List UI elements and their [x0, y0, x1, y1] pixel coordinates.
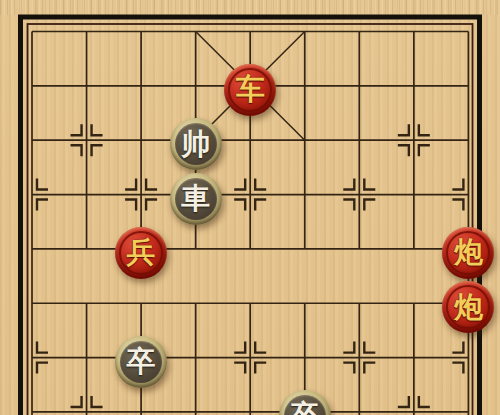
piece-red-soldier[interactable]: 兵	[115, 227, 167, 279]
piece-red-cannon[interactable]: 炮	[442, 227, 494, 279]
piece-glyph: 炮	[454, 293, 483, 322]
piece-red-chariot[interactable]: 车	[224, 64, 276, 116]
xiangqi-board: 车帅車兵炮炮卒卒	[0, 0, 500, 415]
piece-glyph: 卒	[127, 347, 156, 376]
piece-glyph: 車	[181, 184, 210, 213]
board-grid-lines	[0, 0, 500, 415]
piece-glyph: 卒	[290, 401, 319, 415]
piece-glyph: 炮	[454, 238, 483, 267]
piece-glyph: 车	[236, 75, 265, 104]
piece-glyph: 兵	[127, 238, 156, 267]
piece-dark-general[interactable]: 帅	[170, 118, 222, 170]
piece-glyph: 帅	[181, 130, 210, 159]
piece-dark-soldier[interactable]: 卒	[115, 336, 167, 388]
piece-dark-chariot[interactable]: 車	[170, 173, 222, 225]
